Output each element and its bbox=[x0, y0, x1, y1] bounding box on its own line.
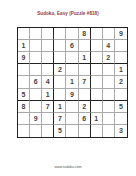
cell-r2c5: 6 bbox=[66, 40, 78, 52]
sudoku-page: Sudoku, Easy (Puzzle #818) 8916491221641… bbox=[0, 0, 136, 176]
cell-r8c2: 9 bbox=[30, 113, 42, 125]
cell-r1c3 bbox=[42, 28, 54, 40]
cell-r4c4: 2 bbox=[54, 64, 66, 76]
cell-r4c9: 1 bbox=[115, 64, 127, 76]
cell-r8c7: 1 bbox=[91, 113, 103, 125]
cell-r2c7 bbox=[91, 40, 103, 52]
cell-r5c3: 4 bbox=[42, 76, 54, 88]
cell-r8c1 bbox=[18, 113, 30, 125]
cell-r9c7 bbox=[91, 125, 103, 137]
cell-r1c1 bbox=[18, 28, 30, 40]
cell-r7c7 bbox=[91, 101, 103, 113]
cell-r9c8 bbox=[103, 125, 115, 137]
cell-r4c2 bbox=[30, 64, 42, 76]
cell-r1c9: 9 bbox=[115, 28, 127, 40]
cell-r6c5: 9 bbox=[66, 89, 78, 101]
cell-r6c2 bbox=[30, 89, 42, 101]
sudoku-board: 89164912216417251987125976153 bbox=[17, 27, 128, 138]
cell-r7c3: 7 bbox=[42, 101, 54, 113]
cell-r2c2 bbox=[30, 40, 42, 52]
cell-r5c8 bbox=[103, 76, 115, 88]
cell-r4c8 bbox=[103, 64, 115, 76]
cell-r2c1: 1 bbox=[18, 40, 30, 52]
footer-url: www.sudoku.com bbox=[0, 165, 136, 169]
cell-r2c4 bbox=[54, 40, 66, 52]
cell-r7c6: 2 bbox=[79, 101, 91, 113]
cell-r3c9 bbox=[115, 52, 127, 64]
cell-r9c1 bbox=[18, 125, 30, 137]
cell-r5c5: 1 bbox=[66, 76, 78, 88]
cell-r6c8 bbox=[103, 89, 115, 101]
cell-r8c8 bbox=[103, 113, 115, 125]
cell-r3c4 bbox=[54, 52, 66, 64]
cell-r6c6 bbox=[79, 89, 91, 101]
cell-r4c1 bbox=[18, 64, 30, 76]
cell-r3c6: 1 bbox=[79, 52, 91, 64]
cell-r6c9 bbox=[115, 89, 127, 101]
cell-r3c7 bbox=[91, 52, 103, 64]
cell-r5c2: 6 bbox=[30, 76, 42, 88]
cell-r5c4 bbox=[54, 76, 66, 88]
cell-r6c3: 1 bbox=[42, 89, 54, 101]
cell-r8c3 bbox=[42, 113, 54, 125]
cell-r3c5 bbox=[66, 52, 78, 64]
cell-r2c6 bbox=[79, 40, 91, 52]
cell-r4c7 bbox=[91, 64, 103, 76]
cell-r6c4 bbox=[54, 89, 66, 101]
cell-r8c5 bbox=[66, 113, 78, 125]
cell-r9c3 bbox=[42, 125, 54, 137]
cell-r5c6: 7 bbox=[79, 76, 91, 88]
cell-r1c2 bbox=[30, 28, 42, 40]
cell-r1c8 bbox=[103, 28, 115, 40]
cell-r2c9 bbox=[115, 40, 127, 52]
cell-r3c1: 9 bbox=[18, 52, 30, 64]
cell-r1c4 bbox=[54, 28, 66, 40]
cell-r1c7 bbox=[91, 28, 103, 40]
cell-r8c9 bbox=[115, 113, 127, 125]
cell-r8c4: 7 bbox=[54, 113, 66, 125]
cell-r7c2 bbox=[30, 101, 42, 113]
cell-r7c4: 1 bbox=[54, 101, 66, 113]
cell-r7c8 bbox=[103, 101, 115, 113]
cell-r3c3 bbox=[42, 52, 54, 64]
cell-r4c6 bbox=[79, 64, 91, 76]
cell-r6c1: 5 bbox=[18, 89, 30, 101]
cell-r6c7 bbox=[91, 89, 103, 101]
cell-r1c5 bbox=[66, 28, 78, 40]
cell-r7c9: 5 bbox=[115, 101, 127, 113]
cell-r2c8: 4 bbox=[103, 40, 115, 52]
cell-r9c2 bbox=[30, 125, 42, 137]
cell-r9c4: 5 bbox=[54, 125, 66, 137]
cell-r5c1 bbox=[18, 76, 30, 88]
cell-r3c2 bbox=[30, 52, 42, 64]
cell-r4c5 bbox=[66, 64, 78, 76]
cell-r8c6: 6 bbox=[79, 113, 91, 125]
cell-r7c5 bbox=[66, 101, 78, 113]
cell-r5c7 bbox=[91, 76, 103, 88]
cell-r4c3 bbox=[42, 64, 54, 76]
cell-r9c9: 3 bbox=[115, 125, 127, 137]
cell-r2c3 bbox=[42, 40, 54, 52]
page-title: Sudoku, Easy (Puzzle #818) bbox=[0, 11, 136, 16]
cell-r9c5 bbox=[66, 125, 78, 137]
cell-r7c1: 8 bbox=[18, 101, 30, 113]
cell-r1c6: 8 bbox=[79, 28, 91, 40]
cell-r3c8: 2 bbox=[103, 52, 115, 64]
cell-r9c6 bbox=[79, 125, 91, 137]
cell-r5c9: 2 bbox=[115, 76, 127, 88]
